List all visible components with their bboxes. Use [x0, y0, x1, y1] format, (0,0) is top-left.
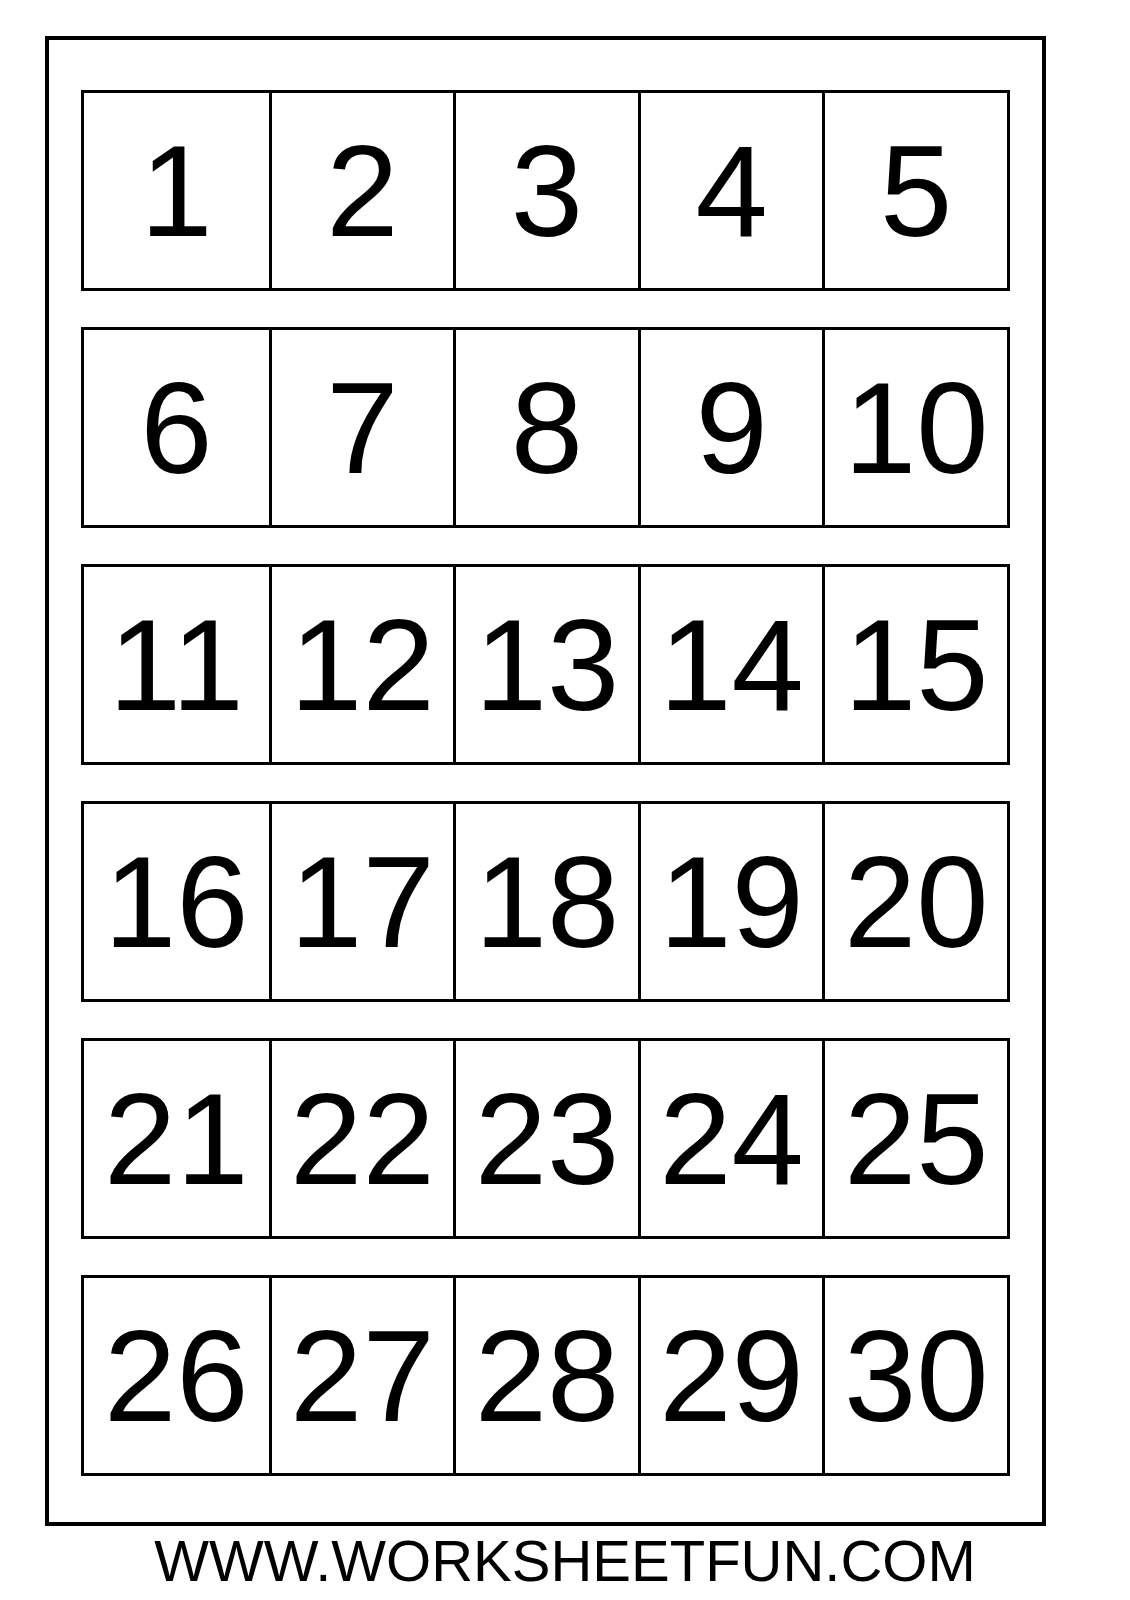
number-cell: 27 — [269, 1278, 454, 1473]
number-cell: 5 — [822, 93, 1007, 288]
number-row-3: 11 12 13 14 15 — [81, 564, 1010, 765]
number-cell: 2 — [269, 93, 454, 288]
number-cell: 12 — [269, 567, 454, 762]
number-cell: 10 — [822, 330, 1007, 525]
number-cell: 6 — [84, 330, 269, 525]
number-row-1: 1 2 3 4 5 — [81, 90, 1010, 291]
website-footer: WWW.WORKSHEETFUN.COM — [0, 1532, 1130, 1590]
number-cell: 21 — [84, 1041, 269, 1236]
number-cell: 15 — [822, 567, 1007, 762]
number-cell: 28 — [453, 1278, 638, 1473]
number-cell: 8 — [453, 330, 638, 525]
number-cell: 23 — [453, 1041, 638, 1236]
number-cell: 26 — [84, 1278, 269, 1473]
number-cell: 22 — [269, 1041, 454, 1236]
number-cell: 11 — [84, 567, 269, 762]
number-cell: 14 — [638, 567, 823, 762]
number-cell: 9 — [638, 330, 823, 525]
number-cell: 17 — [269, 804, 454, 999]
number-row-2: 6 7 8 9 10 — [81, 327, 1010, 528]
number-row-4: 16 17 18 19 20 — [81, 801, 1010, 1002]
number-cell: 29 — [638, 1278, 823, 1473]
number-row-6: 26 27 28 29 30 — [81, 1275, 1010, 1476]
number-cell: 3 — [453, 93, 638, 288]
number-cell: 24 — [638, 1041, 823, 1236]
number-cell: 4 — [638, 93, 823, 288]
number-cell: 1 — [84, 93, 269, 288]
number-cell: 18 — [453, 804, 638, 999]
number-row-5: 21 22 23 24 25 — [81, 1038, 1010, 1239]
number-cell: 7 — [269, 330, 454, 525]
number-cell: 13 — [453, 567, 638, 762]
number-cell: 19 — [638, 804, 823, 999]
number-cell: 30 — [822, 1278, 1007, 1473]
number-cell: 20 — [822, 804, 1007, 999]
number-cell: 25 — [822, 1041, 1007, 1236]
number-cell: 16 — [84, 804, 269, 999]
